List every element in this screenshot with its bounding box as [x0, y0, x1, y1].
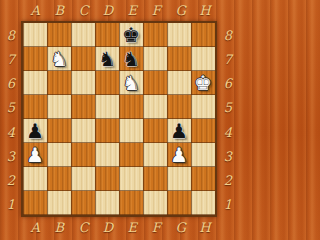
square-b3[interactable]: [47, 143, 71, 167]
square-h6[interactable]: ♚: [191, 71, 215, 95]
file-label-f: F: [144, 218, 168, 236]
square-e7[interactable]: ♞: [119, 47, 143, 71]
square-d5[interactable]: [95, 95, 119, 119]
white-pawn[interactable]: ♟: [26, 143, 44, 167]
square-f3[interactable]: [143, 143, 167, 167]
rank-label-5: 5: [2, 96, 20, 120]
square-c6[interactable]: [71, 71, 95, 95]
rank-label-4: 4: [219, 120, 237, 144]
white-knight[interactable]: ♞: [122, 71, 140, 95]
square-e3[interactable]: [119, 143, 143, 167]
black-knight[interactable]: ♞: [98, 47, 116, 71]
square-a3[interactable]: ♟: [23, 143, 47, 167]
square-e5[interactable]: [119, 95, 143, 119]
square-g3[interactable]: ♟: [167, 143, 191, 167]
square-b2[interactable]: [47, 167, 71, 191]
square-c5[interactable]: [71, 95, 95, 119]
square-e8[interactable]: ♚: [119, 23, 143, 47]
square-g4[interactable]: ♟: [167, 119, 191, 143]
file-label-c: C: [72, 1, 96, 19]
black-knight[interactable]: ♞: [122, 47, 140, 71]
square-c1[interactable]: [71, 191, 95, 215]
rank-label-7: 7: [2, 47, 20, 71]
rank-label-6: 6: [219, 72, 237, 96]
file-labels-top: ABCDEFGH: [23, 1, 217, 19]
file-label-c: C: [72, 218, 96, 236]
rank-label-2: 2: [219, 169, 237, 193]
square-e2[interactable]: [119, 167, 143, 191]
file-label-g: G: [169, 218, 193, 236]
rank-label-4: 4: [2, 120, 20, 144]
file-label-a: A: [23, 218, 47, 236]
square-h7[interactable]: [191, 47, 215, 71]
rank-label-8: 8: [2, 23, 20, 47]
rank-label-5: 5: [219, 96, 237, 120]
square-f2[interactable]: [143, 167, 167, 191]
square-g6[interactable]: [167, 71, 191, 95]
square-c8[interactable]: [71, 23, 95, 47]
square-d2[interactable]: [95, 167, 119, 191]
file-label-e: E: [120, 1, 144, 19]
file-label-g: G: [169, 1, 193, 19]
square-a2[interactable]: [23, 167, 47, 191]
square-b5[interactable]: [47, 95, 71, 119]
square-h4[interactable]: [191, 119, 215, 143]
square-e1[interactable]: [119, 191, 143, 215]
square-g2[interactable]: [167, 167, 191, 191]
square-f4[interactable]: [143, 119, 167, 143]
rank-label-1: 1: [219, 193, 237, 217]
square-b1[interactable]: [47, 191, 71, 215]
black-king[interactable]: ♚: [122, 23, 140, 47]
file-labels-bottom: ABCDEFGH: [23, 218, 217, 236]
file-label-e: E: [120, 218, 144, 236]
square-a8[interactable]: [23, 23, 47, 47]
square-a4[interactable]: ♟: [23, 119, 47, 143]
chess-board: ♚♞♞♞♞♚♟♟♟♟: [21, 21, 217, 217]
square-f1[interactable]: [143, 191, 167, 215]
rank-label-8: 8: [219, 23, 237, 47]
square-d4[interactable]: [95, 119, 119, 143]
square-d7[interactable]: ♞: [95, 47, 119, 71]
rank-label-1: 1: [2, 193, 20, 217]
square-c4[interactable]: [71, 119, 95, 143]
square-c3[interactable]: [71, 143, 95, 167]
square-f6[interactable]: [143, 71, 167, 95]
file-label-f: F: [144, 1, 168, 19]
square-c7[interactable]: [71, 47, 95, 71]
square-f7[interactable]: [143, 47, 167, 71]
white-knight[interactable]: ♞: [50, 47, 68, 71]
square-e4[interactable]: [119, 119, 143, 143]
square-h5[interactable]: [191, 95, 215, 119]
black-pawn[interactable]: ♟: [26, 119, 44, 143]
rank-labels-left: 87654321: [2, 23, 20, 217]
square-a6[interactable]: [23, 71, 47, 95]
rank-label-3: 3: [219, 144, 237, 168]
file-label-a: A: [23, 1, 47, 19]
file-label-h: H: [193, 218, 217, 236]
square-d8[interactable]: [95, 23, 119, 47]
rank-labels-right: 87654321: [219, 23, 237, 217]
square-f5[interactable]: [143, 95, 167, 119]
square-h3[interactable]: [191, 143, 215, 167]
square-b7[interactable]: ♞: [47, 47, 71, 71]
square-f8[interactable]: [143, 23, 167, 47]
file-label-h: H: [193, 1, 217, 19]
rank-label-2: 2: [2, 169, 20, 193]
square-e6[interactable]: ♞: [119, 71, 143, 95]
square-b4[interactable]: [47, 119, 71, 143]
square-a1[interactable]: [23, 191, 47, 215]
white-king[interactable]: ♚: [194, 71, 212, 95]
square-h2[interactable]: [191, 167, 215, 191]
file-label-d: D: [96, 218, 120, 236]
square-d3[interactable]: [95, 143, 119, 167]
square-g1[interactable]: [167, 191, 191, 215]
square-b6[interactable]: [47, 71, 71, 95]
white-pawn[interactable]: ♟: [170, 143, 188, 167]
square-h1[interactable]: [191, 191, 215, 215]
black-pawn[interactable]: ♟: [170, 119, 188, 143]
square-b8[interactable]: [47, 23, 71, 47]
square-a7[interactable]: [23, 47, 47, 71]
square-h8[interactable]: [191, 23, 215, 47]
file-label-b: B: [47, 218, 71, 236]
square-d1[interactable]: [95, 191, 119, 215]
square-g8[interactable]: [167, 23, 191, 47]
square-a5[interactable]: [23, 95, 47, 119]
file-label-b: B: [47, 1, 71, 19]
rank-label-3: 3: [2, 144, 20, 168]
file-label-d: D: [96, 1, 120, 19]
square-g5[interactable]: [167, 95, 191, 119]
square-g7[interactable]: [167, 47, 191, 71]
square-d6[interactable]: [95, 71, 119, 95]
rank-label-6: 6: [2, 72, 20, 96]
square-c2[interactable]: [71, 167, 95, 191]
rank-label-7: 7: [219, 47, 237, 71]
